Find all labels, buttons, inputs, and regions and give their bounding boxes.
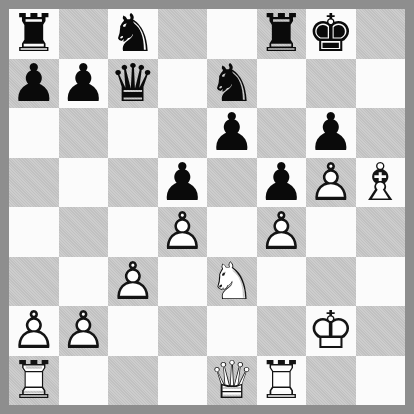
square-d8[interactable] [158, 9, 208, 59]
white-pawn-fill: ♟ [109, 255, 156, 307]
white-pawn-fill: ♟ [10, 304, 57, 356]
square-c7[interactable]: ♛ [108, 59, 158, 109]
chess-board-frame: ♜♞♜♚♟♟♛♞♟♟♟♟♟♙♝♗♟♙♟♙♟♙♞♘♟♙♟♙♚♔♜♖♛♕♜♖ [0, 0, 414, 414]
square-d4[interactable]: ♟♙ [158, 207, 208, 257]
black-pawn-icon: ♟ [60, 57, 107, 109]
black-pawn-icon: ♟ [10, 57, 57, 109]
square-h7[interactable] [356, 59, 406, 109]
square-h5[interactable]: ♝♗ [356, 158, 406, 208]
white-queen-fill: ♛ [208, 354, 255, 406]
square-a2[interactable]: ♟♙ [9, 306, 59, 356]
square-e1[interactable]: ♛♕ [207, 356, 257, 406]
square-c4[interactable] [108, 207, 158, 257]
square-f4[interactable]: ♟♙ [257, 207, 307, 257]
square-b6[interactable] [59, 108, 109, 158]
square-h6[interactable] [356, 108, 406, 158]
square-e4[interactable] [207, 207, 257, 257]
chess-board: ♜♞♜♚♟♟♛♞♟♟♟♟♟♙♝♗♟♙♟♙♟♙♞♘♟♙♟♙♚♔♜♖♛♕♜♖ [9, 9, 405, 405]
square-e8[interactable] [207, 9, 257, 59]
square-f5[interactable]: ♟ [257, 158, 307, 208]
white-pawn-icon: ♙ [307, 156, 354, 208]
black-rook-icon: ♜ [10, 7, 57, 59]
square-g8[interactable]: ♚ [306, 9, 356, 59]
black-pawn-icon: ♟ [258, 156, 305, 208]
white-pawn-icon: ♙ [258, 205, 305, 257]
black-knight-icon: ♞ [208, 57, 255, 109]
square-d5[interactable]: ♟ [158, 158, 208, 208]
square-c2[interactable] [108, 306, 158, 356]
square-d6[interactable] [158, 108, 208, 158]
square-h4[interactable] [356, 207, 406, 257]
white-rook-icon: ♖ [10, 354, 57, 406]
white-rook-fill: ♜ [10, 354, 57, 406]
square-e7[interactable]: ♞ [207, 59, 257, 109]
square-f1[interactable]: ♜♖ [257, 356, 307, 406]
white-knight-icon: ♘ [208, 255, 255, 307]
square-g3[interactable] [306, 257, 356, 307]
white-pawn-fill: ♟ [159, 205, 206, 257]
white-knight-fill: ♞ [208, 255, 255, 307]
square-a1[interactable]: ♜♖ [9, 356, 59, 406]
square-f8[interactable]: ♜ [257, 9, 307, 59]
white-pawn-fill: ♟ [258, 205, 305, 257]
square-c8[interactable]: ♞ [108, 9, 158, 59]
white-king-fill: ♚ [307, 304, 354, 356]
black-king-icon: ♚ [307, 7, 354, 59]
square-h2[interactable] [356, 306, 406, 356]
square-b5[interactable] [59, 158, 109, 208]
square-b2[interactable]: ♟♙ [59, 306, 109, 356]
square-g6[interactable]: ♟ [306, 108, 356, 158]
square-a4[interactable] [9, 207, 59, 257]
square-b4[interactable] [59, 207, 109, 257]
white-bishop-fill: ♝ [357, 156, 404, 208]
square-a3[interactable] [9, 257, 59, 307]
square-c5[interactable] [108, 158, 158, 208]
white-pawn-icon: ♙ [109, 255, 156, 307]
black-pawn-icon: ♟ [307, 106, 354, 158]
square-e2[interactable] [207, 306, 257, 356]
black-knight-icon: ♞ [109, 7, 156, 59]
white-pawn-fill: ♟ [307, 156, 354, 208]
white-king-icon: ♔ [307, 304, 354, 356]
square-b8[interactable] [59, 9, 109, 59]
square-g1[interactable] [306, 356, 356, 406]
square-b1[interactable] [59, 356, 109, 406]
square-d1[interactable] [158, 356, 208, 406]
white-queen-icon: ♕ [208, 354, 255, 406]
square-g2[interactable]: ♚♔ [306, 306, 356, 356]
black-rook-icon: ♜ [258, 7, 305, 59]
square-c6[interactable] [108, 108, 158, 158]
square-e3[interactable]: ♞♘ [207, 257, 257, 307]
black-pawn-icon: ♟ [208, 106, 255, 158]
square-g4[interactable] [306, 207, 356, 257]
square-d7[interactable] [158, 59, 208, 109]
square-b3[interactable] [59, 257, 109, 307]
square-f6[interactable] [257, 108, 307, 158]
white-rook-icon: ♖ [258, 354, 305, 406]
square-b7[interactable]: ♟ [59, 59, 109, 109]
square-a7[interactable]: ♟ [9, 59, 59, 109]
black-queen-icon: ♛ [109, 57, 156, 109]
white-pawn-icon: ♙ [10, 304, 57, 356]
square-a6[interactable] [9, 108, 59, 158]
square-d3[interactable] [158, 257, 208, 307]
square-c3[interactable]: ♟♙ [108, 257, 158, 307]
white-rook-fill: ♜ [258, 354, 305, 406]
white-pawn-icon: ♙ [159, 205, 206, 257]
square-e6[interactable]: ♟ [207, 108, 257, 158]
square-d2[interactable] [158, 306, 208, 356]
square-g7[interactable] [306, 59, 356, 109]
square-h8[interactable] [356, 9, 406, 59]
square-f7[interactable] [257, 59, 307, 109]
white-bishop-icon: ♗ [357, 156, 404, 208]
black-pawn-icon: ♟ [159, 156, 206, 208]
square-g5[interactable]: ♟♙ [306, 158, 356, 208]
white-pawn-icon: ♙ [60, 304, 107, 356]
square-h1[interactable] [356, 356, 406, 406]
square-f2[interactable] [257, 306, 307, 356]
square-f3[interactable] [257, 257, 307, 307]
square-e5[interactable] [207, 158, 257, 208]
square-a5[interactable] [9, 158, 59, 208]
white-pawn-fill: ♟ [60, 304, 107, 356]
square-h3[interactable] [356, 257, 406, 307]
square-a8[interactable]: ♜ [9, 9, 59, 59]
square-c1[interactable] [108, 356, 158, 406]
